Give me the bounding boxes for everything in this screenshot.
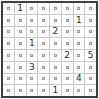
- cell-r1c1[interactable]: [3, 3, 14, 14]
- empty-cell-dot-icon: [30, 30, 33, 33]
- empty-cell-dot-icon: [89, 77, 92, 80]
- cell-r5c2[interactable]: [15, 50, 26, 61]
- clue-number: 1: [29, 39, 35, 48]
- empty-cell-dot-icon: [42, 54, 45, 57]
- cell-r5c5[interactable]: [50, 50, 61, 61]
- empty-cell-dot-icon: [89, 19, 92, 22]
- cell-r8c1[interactable]: [3, 85, 14, 96]
- empty-cell-dot-icon: [7, 66, 10, 69]
- cell-r4c1[interactable]: [3, 38, 14, 49]
- screenshot-root: 112125341: [0, 0, 99, 99]
- empty-cell-dot-icon: [42, 30, 45, 33]
- clue-number: 3: [29, 63, 35, 72]
- cell-r6c2[interactable]: [15, 62, 26, 73]
- cell-r7c8[interactable]: [85, 74, 96, 85]
- empty-cell-dot-icon: [7, 30, 10, 33]
- empty-cell-dot-icon: [77, 66, 80, 69]
- empty-cell-dot-icon: [7, 7, 10, 10]
- empty-cell-dot-icon: [7, 77, 10, 80]
- puzzle-board: 112125341: [1, 1, 98, 98]
- cell-r4c4[interactable]: [38, 38, 49, 49]
- cell-r6c6[interactable]: [62, 62, 73, 73]
- cell-r6c4[interactable]: [38, 62, 49, 73]
- cell-r8c5: 1: [50, 85, 61, 96]
- cell-r6c5[interactable]: [50, 62, 61, 73]
- cell-r3c7[interactable]: [74, 27, 85, 38]
- cell-r6c8[interactable]: [85, 62, 96, 73]
- cell-r8c6[interactable]: [62, 85, 73, 96]
- cell-r3c5: 2: [50, 27, 61, 38]
- empty-cell-dot-icon: [89, 66, 92, 69]
- cell-r6c3: 3: [27, 62, 38, 73]
- cell-r7c6[interactable]: [62, 74, 73, 85]
- cell-r4c5[interactable]: [50, 38, 61, 49]
- cell-r8c2[interactable]: [15, 85, 26, 96]
- empty-cell-dot-icon: [66, 7, 69, 10]
- cell-r7c7: 4: [74, 74, 85, 85]
- cell-r1c7[interactable]: [74, 3, 85, 14]
- cell-r7c2[interactable]: [15, 74, 26, 85]
- empty-cell-dot-icon: [19, 89, 22, 92]
- empty-cell-dot-icon: [66, 30, 69, 33]
- clue-number: 2: [53, 27, 59, 36]
- cell-r1c3[interactable]: [27, 3, 38, 14]
- empty-cell-dot-icon: [77, 42, 80, 45]
- empty-cell-dot-icon: [89, 30, 92, 33]
- cell-r2c8[interactable]: [85, 15, 96, 26]
- empty-cell-dot-icon: [77, 89, 80, 92]
- empty-cell-dot-icon: [54, 7, 57, 10]
- empty-cell-dot-icon: [54, 54, 57, 57]
- cell-r1c4[interactable]: [38, 3, 49, 14]
- empty-cell-dot-icon: [19, 42, 22, 45]
- empty-cell-dot-icon: [42, 19, 45, 22]
- empty-cell-dot-icon: [42, 7, 45, 10]
- cell-r7c1[interactable]: [3, 74, 14, 85]
- empty-cell-dot-icon: [30, 89, 33, 92]
- cell-r5c6: 2: [62, 50, 73, 61]
- clue-number: 5: [88, 51, 94, 60]
- cell-r4c3: 1: [27, 38, 38, 49]
- cell-r1c5[interactable]: [50, 3, 61, 14]
- cell-r2c5[interactable]: [50, 15, 61, 26]
- empty-cell-dot-icon: [19, 30, 22, 33]
- cell-r5c4[interactable]: [38, 50, 49, 61]
- empty-cell-dot-icon: [30, 77, 33, 80]
- clue-number: 1: [76, 16, 82, 25]
- empty-cell-dot-icon: [89, 89, 92, 92]
- cell-r3c6[interactable]: [62, 27, 73, 38]
- empty-cell-dot-icon: [30, 54, 33, 57]
- empty-cell-dot-icon: [30, 19, 33, 22]
- cell-r3c4[interactable]: [38, 27, 49, 38]
- cell-r8c4[interactable]: [38, 85, 49, 96]
- empty-cell-dot-icon: [19, 77, 22, 80]
- cell-r6c1[interactable]: [3, 62, 14, 73]
- cell-r4c7[interactable]: [74, 38, 85, 49]
- empty-cell-dot-icon: [54, 42, 57, 45]
- empty-cell-dot-icon: [66, 66, 69, 69]
- cell-r2c2[interactable]: [15, 15, 26, 26]
- cell-r3c3[interactable]: [27, 27, 38, 38]
- empty-cell-dot-icon: [77, 54, 80, 57]
- cell-r4c6[interactable]: [62, 38, 73, 49]
- empty-cell-dot-icon: [54, 66, 57, 69]
- empty-cell-dot-icon: [19, 66, 22, 69]
- cell-r1c8[interactable]: [85, 3, 96, 14]
- cell-r2c4[interactable]: [38, 15, 49, 26]
- empty-cell-dot-icon: [30, 7, 33, 10]
- cell-r7c4[interactable]: [38, 74, 49, 85]
- cell-r3c1[interactable]: [3, 27, 14, 38]
- cell-r6c7[interactable]: [74, 62, 85, 73]
- empty-cell-dot-icon: [7, 54, 10, 57]
- clue-number: 1: [53, 86, 59, 95]
- empty-cell-dot-icon: [19, 54, 22, 57]
- empty-cell-dot-icon: [7, 19, 10, 22]
- empty-cell-dot-icon: [66, 19, 69, 22]
- clue-number: 1: [17, 4, 23, 13]
- clue-number: 2: [64, 51, 70, 60]
- cell-r5c8: 5: [85, 50, 96, 61]
- cell-r5c3[interactable]: [27, 50, 38, 61]
- clue-number: 4: [76, 74, 82, 83]
- cell-r2c7: 1: [74, 15, 85, 26]
- cell-r3c2[interactable]: [15, 27, 26, 38]
- cell-r2c6[interactable]: [62, 15, 73, 26]
- empty-cell-dot-icon: [7, 89, 10, 92]
- empty-cell-dot-icon: [77, 7, 80, 10]
- cell-r7c3[interactable]: [27, 74, 38, 85]
- empty-cell-dot-icon: [54, 77, 57, 80]
- empty-cell-dot-icon: [42, 77, 45, 80]
- empty-cell-dot-icon: [77, 30, 80, 33]
- empty-cell-dot-icon: [19, 19, 22, 22]
- cell-r7c5[interactable]: [50, 74, 61, 85]
- empty-cell-dot-icon: [89, 42, 92, 45]
- empty-cell-dot-icon: [66, 77, 69, 80]
- empty-cell-dot-icon: [42, 42, 45, 45]
- cell-r1c2: 1: [15, 3, 26, 14]
- empty-cell-dot-icon: [42, 89, 45, 92]
- cell-r4c2[interactable]: [15, 38, 26, 49]
- cell-r3c8[interactable]: [85, 27, 96, 38]
- cell-r1c6[interactable]: [62, 3, 73, 14]
- cell-r8c3[interactable]: [27, 85, 38, 96]
- cell-r2c3[interactable]: [27, 15, 38, 26]
- cell-r5c1[interactable]: [3, 50, 14, 61]
- empty-cell-dot-icon: [42, 66, 45, 69]
- empty-cell-dot-icon: [54, 19, 57, 22]
- empty-cell-dot-icon: [7, 42, 10, 45]
- cell-r4c8[interactable]: [85, 38, 96, 49]
- empty-cell-dot-icon: [89, 7, 92, 10]
- cell-r2c1[interactable]: [3, 15, 14, 26]
- empty-cell-dot-icon: [66, 42, 69, 45]
- cell-r8c8[interactable]: [85, 85, 96, 96]
- cell-r5c7[interactable]: [74, 50, 85, 61]
- empty-cell-dot-icon: [66, 89, 69, 92]
- cell-r8c7[interactable]: [74, 85, 85, 96]
